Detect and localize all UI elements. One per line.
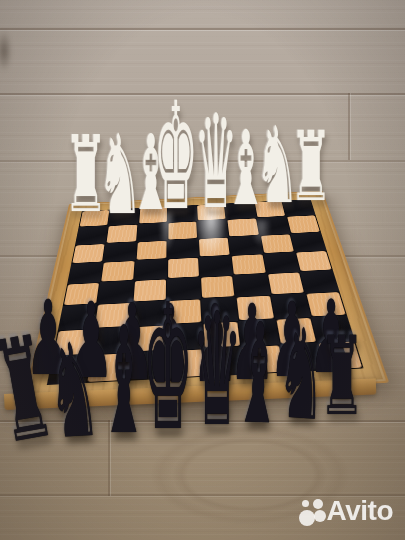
square-a6 [72,244,104,263]
square-b5 [101,261,134,282]
avito-logo-dot [313,499,323,509]
avito-logo-dot [299,510,315,526]
square-b6 [103,242,136,262]
black-knight-b-piece: ♞ [44,325,102,457]
avito-watermark: Avito [293,495,393,527]
black-king-d-piece: ♚ [143,280,194,454]
avito-logo-dot [314,510,326,522]
watermark-text: Avito [327,495,393,527]
avito-logo-dot [302,500,309,507]
floor-plank-joint [348,93,350,160]
square-e5 [199,255,233,277]
black-rook-h-piece: ♜ [319,322,365,431]
white-rook-h-piece: ♜ [289,118,332,214]
square-g5 [263,252,300,274]
floor-smudge [0,30,12,72]
square-f5 [232,254,265,274]
white-king-d-piece: ♚ [154,82,199,230]
avito-logo-dots-icon [293,497,324,525]
square-h5 [296,251,332,271]
black-bishop-c-piece: ♝ [100,306,148,454]
square-h6 [290,232,326,252]
floor-plank-seam [0,28,405,30]
